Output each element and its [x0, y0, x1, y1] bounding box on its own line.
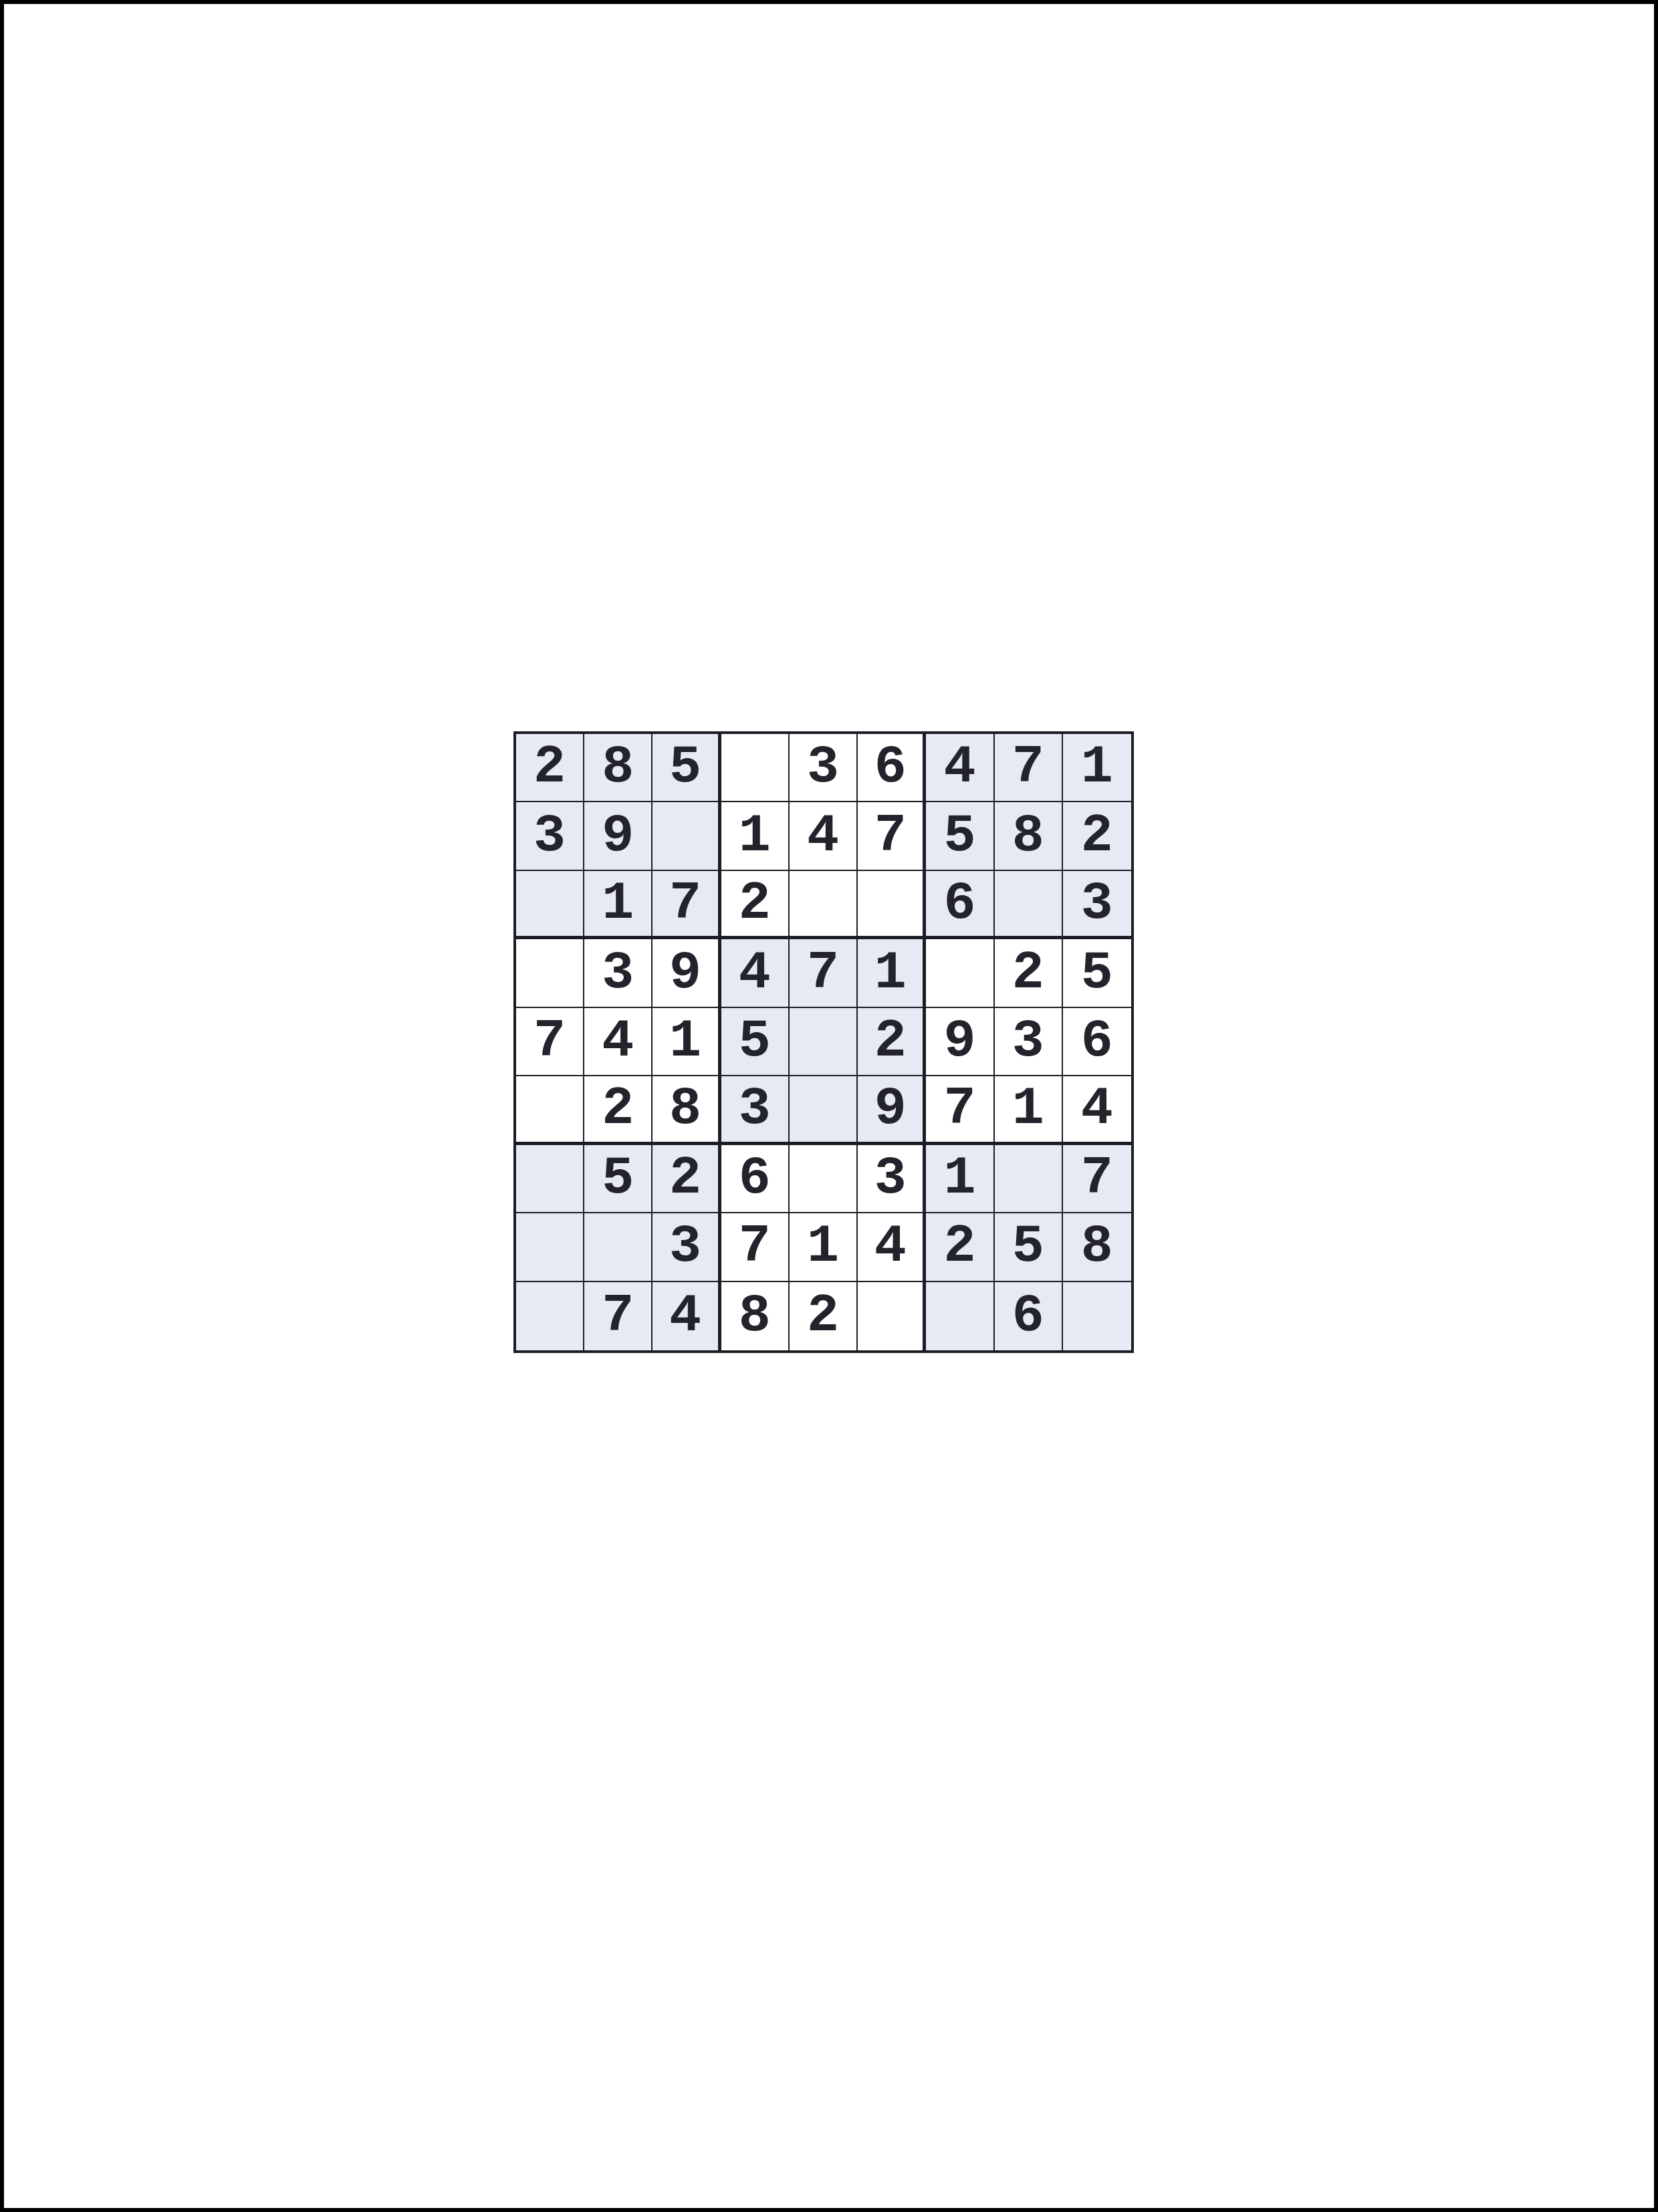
cell-r9c4-given: 8	[721, 1282, 790, 1350]
cell-r2c8-given: 8	[995, 802, 1063, 870]
cell-r5c4-given: 5	[721, 1008, 790, 1076]
cell-r8c6-given: 4	[858, 1213, 926, 1281]
cell-r5c7-given: 9	[926, 1008, 994, 1076]
cell-r6c4-given: 3	[721, 1076, 790, 1144]
cell-r1c9-given: 1	[1063, 734, 1131, 802]
cell-r3c5-empty[interactable]	[790, 871, 858, 939]
cell-r3c7-given: 6	[926, 871, 994, 939]
cell-r8c8-given: 5	[995, 1213, 1063, 1281]
cell-r9c2-given: 7	[584, 1282, 653, 1350]
cell-r6c5-empty[interactable]	[790, 1076, 858, 1144]
cell-r4c9-given: 5	[1063, 939, 1131, 1007]
cell-r7c3-given: 2	[653, 1145, 721, 1213]
cell-r3c9-given: 3	[1063, 871, 1131, 939]
cell-r6c9-given: 4	[1063, 1076, 1131, 1144]
sudoku-board: 2853647139147582172633947125741529362839…	[513, 731, 1134, 1353]
cell-r2c1-given: 3	[516, 802, 584, 870]
cell-r3c2-given: 1	[584, 871, 653, 939]
cell-r5c9-given: 6	[1063, 1008, 1131, 1076]
cell-r4c1-empty[interactable]	[516, 939, 584, 1007]
cell-r3c8-empty[interactable]	[995, 871, 1063, 939]
cell-r2c9-given: 2	[1063, 802, 1131, 870]
cell-r7c1-empty[interactable]	[516, 1145, 584, 1213]
cell-r3c4-given: 2	[721, 871, 790, 939]
cell-r3c3-given: 7	[653, 871, 721, 939]
cell-r4c3-given: 9	[653, 939, 721, 1007]
cell-r5c8-given: 3	[995, 1008, 1063, 1076]
cell-r1c5-given: 3	[790, 734, 858, 802]
cell-r8c5-given: 1	[790, 1213, 858, 1281]
cell-r3c1-empty[interactable]	[516, 871, 584, 939]
cell-r5c3-given: 1	[653, 1008, 721, 1076]
cell-r7c4-given: 6	[721, 1145, 790, 1213]
cell-r1c6-given: 6	[858, 734, 926, 802]
cell-r9c6-empty[interactable]	[858, 1282, 926, 1350]
cell-r9c8-given: 6	[995, 1282, 1063, 1350]
cell-r1c1-given: 2	[516, 734, 584, 802]
cell-r9c9-empty[interactable]	[1063, 1282, 1131, 1350]
cell-r6c3-given: 8	[653, 1076, 721, 1144]
cell-r6c6-given: 9	[858, 1076, 926, 1144]
cell-r8c1-empty[interactable]	[516, 1213, 584, 1281]
cell-r6c2-given: 2	[584, 1076, 653, 1144]
cell-r7c8-empty[interactable]	[995, 1145, 1063, 1213]
cell-r6c1-empty[interactable]	[516, 1076, 584, 1144]
cell-r2c2-given: 9	[584, 802, 653, 870]
cell-r7c6-given: 3	[858, 1145, 926, 1213]
cell-r1c2-given: 8	[584, 734, 653, 802]
cell-r8c9-given: 8	[1063, 1213, 1131, 1281]
cell-r7c9-given: 7	[1063, 1145, 1131, 1213]
cell-r8c7-given: 2	[926, 1213, 994, 1281]
cell-r9c7-empty[interactable]	[926, 1282, 994, 1350]
cell-r3c6-empty[interactable]	[858, 871, 926, 939]
cell-r4c4-given: 4	[721, 939, 790, 1007]
cell-r1c4-empty[interactable]	[721, 734, 790, 802]
cell-r7c7-given: 1	[926, 1145, 994, 1213]
cell-r2c7-given: 5	[926, 802, 994, 870]
cell-r2c4-given: 1	[721, 802, 790, 870]
cell-r9c3-given: 4	[653, 1282, 721, 1350]
cell-r1c7-given: 4	[926, 734, 994, 802]
cell-r4c2-given: 3	[584, 939, 653, 1007]
cell-r4c7-empty[interactable]	[926, 939, 994, 1007]
cell-r4c6-given: 1	[858, 939, 926, 1007]
cell-r5c6-given: 2	[858, 1008, 926, 1076]
cell-r8c4-given: 7	[721, 1213, 790, 1281]
cell-r2c3-empty[interactable]	[653, 802, 721, 870]
cell-r5c5-empty[interactable]	[790, 1008, 858, 1076]
cell-r5c1-given: 7	[516, 1008, 584, 1076]
cell-r7c5-empty[interactable]	[790, 1145, 858, 1213]
cell-r2c5-given: 4	[790, 802, 858, 870]
cell-r4c8-given: 2	[995, 939, 1063, 1007]
cell-r1c8-given: 7	[995, 734, 1063, 802]
printed-page: 2853647139147582172633947125741529362839…	[0, 0, 1658, 2212]
cell-r9c5-given: 2	[790, 1282, 858, 1350]
cell-r2c6-given: 7	[858, 802, 926, 870]
cell-r5c2-given: 4	[584, 1008, 653, 1076]
cell-r1c3-given: 5	[653, 734, 721, 802]
cell-r8c3-given: 3	[653, 1213, 721, 1281]
cell-r9c1-empty[interactable]	[516, 1282, 584, 1350]
cell-r8c2-empty[interactable]	[584, 1213, 653, 1281]
cell-r6c8-given: 1	[995, 1076, 1063, 1144]
cell-r7c2-given: 5	[584, 1145, 653, 1213]
cell-r6c7-given: 7	[926, 1076, 994, 1144]
cell-r4c5-given: 7	[790, 939, 858, 1007]
